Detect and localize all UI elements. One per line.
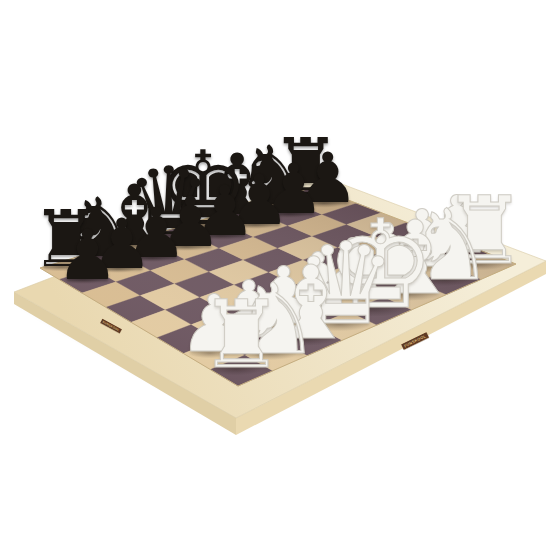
piece-black-pawn[interactable]: ♟ xyxy=(57,220,119,289)
chess-set-photo: ♜♟♞♟♝♟♚♟♛♝♟♟♞♟♜♜♟♟♟♞♟♝♟♚♟♛♟♟♝♟♞♜ FUNSKOO… xyxy=(0,0,560,560)
piece-white-rook[interactable]: ♜ xyxy=(200,289,284,383)
